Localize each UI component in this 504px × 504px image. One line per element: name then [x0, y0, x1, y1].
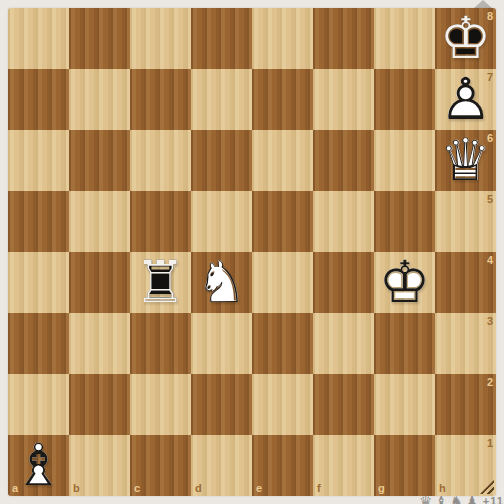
- square-e8[interactable]: [252, 8, 313, 69]
- square-d6[interactable]: [191, 130, 252, 191]
- square-f3[interactable]: [313, 313, 374, 374]
- square-f1[interactable]: [313, 435, 374, 496]
- king-glyph-fill: ♚: [435, 8, 496, 69]
- square-g8[interactable]: [374, 8, 435, 69]
- white-king-g4[interactable]: ♚♔: [374, 252, 435, 313]
- square-b3[interactable]: [69, 313, 130, 374]
- black-king-h8[interactable]: ♚♔: [435, 8, 496, 69]
- king-glyph-outline: ♔: [374, 252, 435, 313]
- square-a2[interactable]: [8, 374, 69, 435]
- bishop-glyph-outline: ♗: [8, 435, 69, 496]
- square-d5[interactable]: [191, 191, 252, 252]
- square-h1[interactable]: [435, 435, 496, 496]
- square-h2[interactable]: [435, 374, 496, 435]
- square-b8[interactable]: [69, 8, 130, 69]
- square-f7[interactable]: [313, 69, 374, 130]
- square-g7[interactable]: [374, 69, 435, 130]
- square-h5[interactable]: [435, 191, 496, 252]
- square-f6[interactable]: [313, 130, 374, 191]
- square-g1[interactable]: [374, 435, 435, 496]
- square-e4[interactable]: [252, 252, 313, 313]
- square-c2[interactable]: [130, 374, 191, 435]
- square-a4[interactable]: [8, 252, 69, 313]
- square-c6[interactable]: [130, 130, 191, 191]
- square-d1[interactable]: [191, 435, 252, 496]
- captured-knight-icon: ♞: [450, 495, 463, 504]
- square-b6[interactable]: [69, 130, 130, 191]
- square-h4[interactable]: [435, 252, 496, 313]
- square-g6[interactable]: [374, 130, 435, 191]
- captured-queen-icon: ♛: [419, 495, 432, 504]
- square-b5[interactable]: [69, 191, 130, 252]
- square-e7[interactable]: [252, 69, 313, 130]
- bishop-glyph-fill: ♝: [8, 435, 69, 496]
- queen-glyph-fill: ♛: [435, 130, 496, 191]
- square-g5[interactable]: [374, 191, 435, 252]
- rook-glyph-outline: ♖: [130, 252, 191, 313]
- scroll-up-arrow-icon[interactable]: [474, 0, 492, 8]
- chess-app-window: 87654321abcdefgh♚♔♟♙♛♕♜♖♞♘♚♔♝♗ ♛♝♞♟+11: [0, 0, 504, 504]
- square-d7[interactable]: [191, 69, 252, 130]
- square-h3[interactable]: [435, 313, 496, 374]
- white-knight-d4[interactable]: ♞♘: [191, 252, 252, 313]
- square-f5[interactable]: [313, 191, 374, 252]
- square-g3[interactable]: [374, 313, 435, 374]
- square-a5[interactable]: [8, 191, 69, 252]
- pawn-glyph-outline: ♙: [435, 69, 496, 130]
- captured-pawn-icon: ♟: [465, 495, 478, 504]
- square-b4[interactable]: [69, 252, 130, 313]
- knight-glyph-outline: ♘: [191, 252, 252, 313]
- square-a3[interactable]: [8, 313, 69, 374]
- captured-material-tray: ♛♝♞♟+11: [419, 495, 504, 504]
- square-a7[interactable]: [8, 69, 69, 130]
- chess-board: 87654321abcdefgh♚♔♟♙♛♕♜♖♞♘♚♔♝♗: [8, 8, 496, 496]
- square-e2[interactable]: [252, 374, 313, 435]
- square-a8[interactable]: [8, 8, 69, 69]
- king-glyph-outline: ♔: [435, 8, 496, 69]
- square-e1[interactable]: [252, 435, 313, 496]
- material-advantage-value: +11: [483, 495, 504, 504]
- captured-bishop-icon: ♝: [434, 495, 447, 504]
- square-c3[interactable]: [130, 313, 191, 374]
- queen-glyph-outline: ♕: [435, 130, 496, 191]
- square-e5[interactable]: [252, 191, 313, 252]
- square-a6[interactable]: [8, 130, 69, 191]
- square-f4[interactable]: [313, 252, 374, 313]
- square-f8[interactable]: [313, 8, 374, 69]
- white-bishop-a1[interactable]: ♝♗: [8, 435, 69, 496]
- square-f2[interactable]: [313, 374, 374, 435]
- square-c7[interactable]: [130, 69, 191, 130]
- white-pawn-h7[interactable]: ♟♙: [435, 69, 496, 130]
- black-rook-c4[interactable]: ♜♖: [130, 252, 191, 313]
- square-b7[interactable]: [69, 69, 130, 130]
- square-g2[interactable]: [374, 374, 435, 435]
- rook-glyph-fill: ♜: [130, 252, 191, 313]
- square-d8[interactable]: [191, 8, 252, 69]
- pawn-glyph-fill: ♟: [435, 69, 496, 130]
- square-d3[interactable]: [191, 313, 252, 374]
- king-glyph-fill: ♚: [374, 252, 435, 313]
- square-e3[interactable]: [252, 313, 313, 374]
- square-b1[interactable]: [69, 435, 130, 496]
- square-e6[interactable]: [252, 130, 313, 191]
- square-c1[interactable]: [130, 435, 191, 496]
- square-b2[interactable]: [69, 374, 130, 435]
- square-c8[interactable]: [130, 8, 191, 69]
- square-c5[interactable]: [130, 191, 191, 252]
- white-queen-h6[interactable]: ♛♕: [435, 130, 496, 191]
- knight-glyph-fill: ♞: [191, 252, 252, 313]
- square-d2[interactable]: [191, 374, 252, 435]
